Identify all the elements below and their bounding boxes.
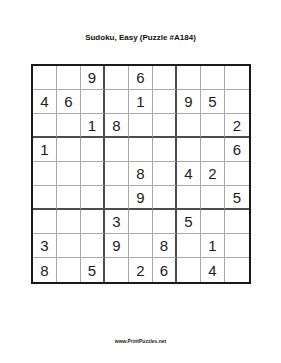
cell-r1c7[interactable]	[177, 66, 201, 90]
cell-r2c3[interactable]	[81, 90, 105, 114]
cell-r1c9[interactable]	[225, 66, 249, 90]
cell-r5c3[interactable]	[81, 162, 105, 186]
cell-r3c8[interactable]	[201, 114, 225, 138]
sudoku-board: 9646195182168429535398185264	[31, 64, 251, 284]
cell-r4c3[interactable]	[81, 138, 105, 162]
cell-r8c3[interactable]	[81, 234, 105, 258]
cell-r4c4[interactable]	[105, 138, 129, 162]
footer-url: www.PrintPuzzles.net	[0, 338, 281, 344]
cell-r9c3[interactable]: 5	[81, 258, 105, 282]
cell-r6c4[interactable]	[105, 186, 129, 210]
cell-r8c5[interactable]	[129, 234, 153, 258]
cell-r7c8[interactable]	[201, 210, 225, 234]
cell-r1c2[interactable]	[57, 66, 81, 90]
cell-r3c7[interactable]	[177, 114, 201, 138]
cell-r9c6[interactable]: 6	[153, 258, 177, 282]
cell-r3c5[interactable]	[129, 114, 153, 138]
cell-r6c8[interactable]	[201, 186, 225, 210]
cell-r4c9[interactable]: 6	[225, 138, 249, 162]
cell-r4c7[interactable]	[177, 138, 201, 162]
cell-r2c2[interactable]: 6	[57, 90, 81, 114]
cell-r7c3[interactable]	[81, 210, 105, 234]
cell-r9c7[interactable]	[177, 258, 201, 282]
page: Sudoku, Easy (Puzzle #A184) 964619518216…	[0, 0, 281, 363]
cell-r1c8[interactable]	[201, 66, 225, 90]
cell-r4c6[interactable]	[153, 138, 177, 162]
cell-r9c9[interactable]	[225, 258, 249, 282]
cell-r3c2[interactable]	[57, 114, 81, 138]
cell-r5c6[interactable]	[153, 162, 177, 186]
cell-r5c2[interactable]	[57, 162, 81, 186]
cell-r6c5[interactable]: 9	[129, 186, 153, 210]
cell-r7c2[interactable]	[57, 210, 81, 234]
cell-r8c8[interactable]: 1	[201, 234, 225, 258]
cell-r8c6[interactable]: 8	[153, 234, 177, 258]
cell-r2c8[interactable]: 5	[201, 90, 225, 114]
cell-r9c5[interactable]: 2	[129, 258, 153, 282]
cell-r8c1[interactable]: 3	[33, 234, 57, 258]
cell-r6c2[interactable]	[57, 186, 81, 210]
cell-r1c5[interactable]: 6	[129, 66, 153, 90]
puzzle-title: Sudoku, Easy (Puzzle #A184)	[0, 33, 281, 42]
cell-r7c9[interactable]	[225, 210, 249, 234]
cell-r4c5[interactable]	[129, 138, 153, 162]
cell-r7c1[interactable]	[33, 210, 57, 234]
cell-r3c3[interactable]: 1	[81, 114, 105, 138]
cell-r6c3[interactable]	[81, 186, 105, 210]
cell-r2c6[interactable]	[153, 90, 177, 114]
cell-r2c4[interactable]	[105, 90, 129, 114]
cell-r9c4[interactable]	[105, 258, 129, 282]
cell-r5c1[interactable]	[33, 162, 57, 186]
cell-r5c9[interactable]	[225, 162, 249, 186]
cell-r2c1[interactable]: 4	[33, 90, 57, 114]
cell-r5c8[interactable]: 2	[201, 162, 225, 186]
cell-r8c2[interactable]	[57, 234, 81, 258]
cell-r6c9[interactable]: 5	[225, 186, 249, 210]
cell-r6c7[interactable]	[177, 186, 201, 210]
cell-r4c2[interactable]	[57, 138, 81, 162]
cell-r3c6[interactable]	[153, 114, 177, 138]
cell-r5c5[interactable]: 8	[129, 162, 153, 186]
cell-r6c6[interactable]	[153, 186, 177, 210]
cell-r4c8[interactable]	[201, 138, 225, 162]
cell-r2c9[interactable]	[225, 90, 249, 114]
cell-r8c9[interactable]	[225, 234, 249, 258]
cell-r7c6[interactable]	[153, 210, 177, 234]
cell-r9c8[interactable]: 4	[201, 258, 225, 282]
cell-r8c7[interactable]	[177, 234, 201, 258]
cell-r5c4[interactable]	[105, 162, 129, 186]
cell-r1c3[interactable]: 9	[81, 66, 105, 90]
cell-r7c5[interactable]	[129, 210, 153, 234]
cell-r3c9[interactable]: 2	[225, 114, 249, 138]
cell-r4c1[interactable]: 1	[33, 138, 57, 162]
cell-r7c7[interactable]: 5	[177, 210, 201, 234]
cell-r1c6[interactable]	[153, 66, 177, 90]
cell-r3c4[interactable]: 8	[105, 114, 129, 138]
cell-r9c1[interactable]: 8	[33, 258, 57, 282]
cell-r2c7[interactable]: 9	[177, 90, 201, 114]
cell-r5c7[interactable]: 4	[177, 162, 201, 186]
cell-r2c5[interactable]: 1	[129, 90, 153, 114]
cell-r6c1[interactable]	[33, 186, 57, 210]
cell-r1c1[interactable]	[33, 66, 57, 90]
cell-r3c1[interactable]	[33, 114, 57, 138]
cell-r9c2[interactable]	[57, 258, 81, 282]
cell-r1c4[interactable]	[105, 66, 129, 90]
cell-r7c4[interactable]: 3	[105, 210, 129, 234]
cell-r8c4[interactable]: 9	[105, 234, 129, 258]
